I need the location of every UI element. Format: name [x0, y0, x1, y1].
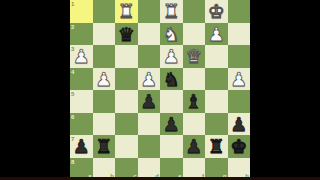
- right-black-bar: [250, 0, 320, 180]
- square-a4[interactable]: 4: [70, 68, 93, 91]
- square-c2[interactable]: ♛: [115, 23, 138, 46]
- square-a5[interactable]: 5: [70, 90, 93, 113]
- white-pawn[interactable]: ♟: [205, 23, 228, 46]
- square-a1[interactable]: 1: [70, 0, 93, 23]
- black-pawn[interactable]: ♟: [183, 135, 206, 158]
- square-g5[interactable]: [205, 90, 228, 113]
- chess-board: 1♜♜♚2♛♞♟3♟♟♛4♟♟♞♟5♟♝6♟♟7♟♜♟♜♚8abcdefgh: [70, 0, 250, 180]
- square-e2[interactable]: ♞: [160, 23, 183, 46]
- square-g3[interactable]: [205, 45, 228, 68]
- rank-label-1: 1: [71, 1, 74, 7]
- white-pawn[interactable]: ♟: [70, 45, 93, 68]
- square-f7[interactable]: ♟: [183, 135, 206, 158]
- black-rook[interactable]: ♜: [93, 135, 116, 158]
- square-d7[interactable]: [138, 135, 161, 158]
- black-bishop[interactable]: ♝: [183, 90, 206, 113]
- square-a6[interactable]: 6: [70, 113, 93, 136]
- white-pawn[interactable]: ♟: [93, 68, 116, 91]
- square-c7[interactable]: [115, 135, 138, 158]
- rank-label-6: 6: [71, 114, 74, 120]
- black-king[interactable]: ♚: [228, 135, 251, 158]
- black-rook[interactable]: ♜: [205, 135, 228, 158]
- square-c3[interactable]: [115, 45, 138, 68]
- square-f5[interactable]: ♝: [183, 90, 206, 113]
- square-f4[interactable]: [183, 68, 206, 91]
- rank-label-5: 5: [71, 91, 74, 97]
- black-pawn[interactable]: ♟: [138, 90, 161, 113]
- square-e7[interactable]: [160, 135, 183, 158]
- square-c4[interactable]: [115, 68, 138, 91]
- white-rook[interactable]: ♜: [115, 0, 138, 23]
- rank-label-2: 2: [71, 24, 74, 30]
- square-h2[interactable]: [228, 23, 251, 46]
- square-b4[interactable]: ♟: [93, 68, 116, 91]
- square-h5[interactable]: [228, 90, 251, 113]
- square-d1[interactable]: [138, 0, 161, 23]
- square-a3[interactable]: 3♟: [70, 45, 93, 68]
- square-b2[interactable]: [93, 23, 116, 46]
- left-black-bar: [0, 0, 70, 180]
- white-rook[interactable]: ♜: [160, 0, 183, 23]
- square-g1[interactable]: ♚: [205, 0, 228, 23]
- square-h7[interactable]: ♚: [228, 135, 251, 158]
- square-b7[interactable]: ♜: [93, 135, 116, 158]
- square-g6[interactable]: [205, 113, 228, 136]
- square-g7[interactable]: ♜: [205, 135, 228, 158]
- square-f2[interactable]: [183, 23, 206, 46]
- square-c1[interactable]: ♜: [115, 0, 138, 23]
- square-g2[interactable]: ♟: [205, 23, 228, 46]
- white-knight[interactable]: ♞: [160, 23, 183, 46]
- black-pawn[interactable]: ♟: [228, 113, 251, 136]
- square-e6[interactable]: ♟: [160, 113, 183, 136]
- rank-label-4: 4: [71, 69, 74, 75]
- square-b3[interactable]: [93, 45, 116, 68]
- square-h3[interactable]: [228, 45, 251, 68]
- white-pawn[interactable]: ♟: [138, 68, 161, 91]
- square-f3[interactable]: ♛: [183, 45, 206, 68]
- square-h6[interactable]: ♟: [228, 113, 251, 136]
- black-pawn[interactable]: ♟: [70, 135, 93, 158]
- square-b5[interactable]: [93, 90, 116, 113]
- black-knight[interactable]: ♞: [160, 68, 183, 91]
- square-d2[interactable]: [138, 23, 161, 46]
- white-king[interactable]: ♚: [205, 0, 228, 23]
- square-d5[interactable]: ♟: [138, 90, 161, 113]
- square-b6[interactable]: [93, 113, 116, 136]
- white-pawn[interactable]: ♟: [228, 68, 251, 91]
- video-frame: 1♜♜♚2♛♞♟3♟♟♛4♟♟♞♟5♟♝6♟♟7♟♜♟♜♚8abcdefgh: [0, 0, 320, 180]
- square-a2[interactable]: 2: [70, 23, 93, 46]
- black-queen[interactable]: ♛: [115, 23, 138, 46]
- square-h1[interactable]: [228, 0, 251, 23]
- square-e3[interactable]: ♟: [160, 45, 183, 68]
- square-a7[interactable]: 7♟: [70, 135, 93, 158]
- square-d3[interactable]: [138, 45, 161, 68]
- square-g4[interactable]: [205, 68, 228, 91]
- square-d4[interactable]: ♟: [138, 68, 161, 91]
- white-queen[interactable]: ♛: [183, 45, 206, 68]
- black-pawn[interactable]: ♟: [160, 113, 183, 136]
- square-e1[interactable]: ♜: [160, 0, 183, 23]
- square-e4[interactable]: ♞: [160, 68, 183, 91]
- square-d6[interactable]: [138, 113, 161, 136]
- square-f6[interactable]: [183, 113, 206, 136]
- square-c6[interactable]: [115, 113, 138, 136]
- bottom-strip: [0, 177, 320, 180]
- square-e5[interactable]: [160, 90, 183, 113]
- square-f1[interactable]: [183, 0, 206, 23]
- rank-label-8: 8: [71, 159, 74, 165]
- square-c5[interactable]: [115, 90, 138, 113]
- white-pawn[interactable]: ♟: [160, 45, 183, 68]
- square-h4[interactable]: ♟: [228, 68, 251, 91]
- square-b1[interactable]: [93, 0, 116, 23]
